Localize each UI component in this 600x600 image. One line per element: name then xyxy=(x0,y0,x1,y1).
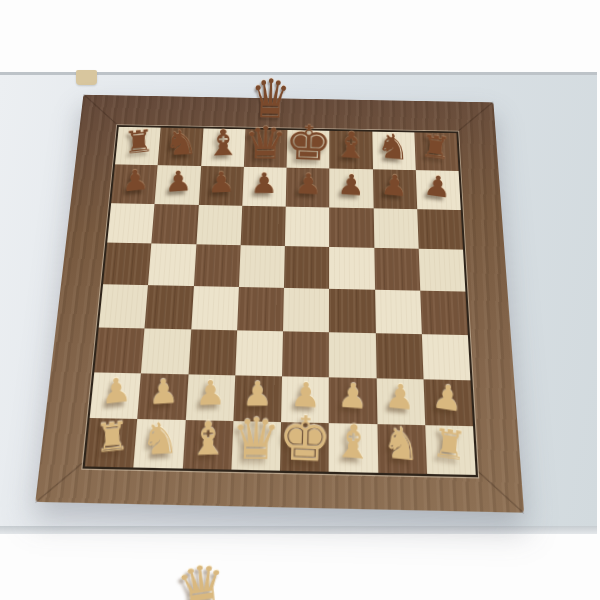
square-h8: ♜ xyxy=(414,132,458,170)
square-e4 xyxy=(283,288,329,332)
white-extra-queen: ♛ xyxy=(174,556,229,600)
photo-scene: ♛ ♜♞♝♛♚♝♞♜♟♟♟♟♟♟♟♟♟♟♟♟♟♟♟♟♜♞♝♛♚♝♞♜ ♛ xyxy=(0,0,600,600)
square-h7: ♟ xyxy=(416,170,461,210)
square-e5 xyxy=(284,246,329,289)
white-pawn-a2: ♟ xyxy=(101,373,132,410)
square-c5 xyxy=(193,245,240,287)
square-a2: ♟ xyxy=(90,372,142,419)
table-surface-front-edge xyxy=(0,526,597,534)
white-bishop-c1: ♝ xyxy=(188,416,229,463)
square-b6 xyxy=(152,204,199,245)
frame-miter-seam xyxy=(83,94,117,125)
square-c3 xyxy=(188,329,237,375)
square-c1: ♝ xyxy=(182,420,233,469)
square-a4 xyxy=(99,284,148,328)
black-pawn-a7: ♟ xyxy=(121,165,150,196)
square-e7: ♟ xyxy=(286,167,330,207)
black-bishop-c8: ♝ xyxy=(206,125,242,162)
square-a7: ♟ xyxy=(111,164,158,203)
black-rook-h8: ♜ xyxy=(419,131,452,165)
white-pawn-b2: ♟ xyxy=(148,375,179,411)
white-rook-h1: ♜ xyxy=(431,423,468,467)
square-g4 xyxy=(375,290,422,334)
black-queen-d8: ♛ xyxy=(243,121,287,165)
square-h3 xyxy=(422,334,471,380)
square-e1: ♚ xyxy=(280,422,329,471)
frame-miter-seam xyxy=(457,102,493,132)
square-c6 xyxy=(196,204,242,245)
square-e8: ♚ xyxy=(287,130,330,168)
square-a6 xyxy=(107,203,155,244)
square-d3 xyxy=(235,330,283,376)
square-f5 xyxy=(329,247,374,290)
board-grid: ♜♞♝♛♚♝♞♜♟♟♟♟♟♟♟♟♟♟♟♟♟♟♟♟♜♞♝♛♚♝♞♜ xyxy=(85,127,476,475)
chess-board: ♛ ♜♞♝♛♚♝♞♜♟♟♟♟♟♟♟♟♟♟♟♟♟♟♟♟♜♞♝♛♚♝♞♜ ♛ xyxy=(35,95,524,513)
white-pawn-g2: ♟ xyxy=(384,379,416,416)
white-pawn-f2: ♟ xyxy=(337,378,369,414)
stray-wood-object xyxy=(76,70,97,85)
square-e6 xyxy=(285,206,330,247)
square-f6 xyxy=(329,207,374,248)
square-f3 xyxy=(329,332,376,378)
square-h2: ♟ xyxy=(423,379,473,427)
square-b8: ♞ xyxy=(158,128,203,166)
square-d5 xyxy=(239,245,285,287)
black-king-e8: ♚ xyxy=(284,119,333,168)
playing-area: ♜♞♝♛♚♝♞♜♟♟♟♟♟♟♟♟♟♟♟♟♟♟♟♟♜♞♝♛♚♝♞♜ xyxy=(82,125,478,477)
square-g8: ♞ xyxy=(372,132,416,170)
square-b3 xyxy=(141,328,191,374)
square-e3 xyxy=(282,331,329,377)
white-knight-b1: ♞ xyxy=(141,415,180,461)
black-knight-g8: ♞ xyxy=(375,128,411,165)
square-h4 xyxy=(420,291,468,335)
square-f8: ♝ xyxy=(330,131,373,169)
white-pawn-c2: ♟ xyxy=(195,376,225,411)
white-bishop-f1: ♝ xyxy=(332,418,374,467)
black-pawn-f7: ♟ xyxy=(337,170,366,200)
frame-miter-seam xyxy=(477,470,524,513)
square-h6 xyxy=(417,209,463,250)
square-g7: ♟ xyxy=(372,169,416,209)
white-queen-d1: ♛ xyxy=(231,411,282,468)
square-d4 xyxy=(237,287,284,331)
square-c7: ♟ xyxy=(198,166,243,206)
black-knight-b8: ♞ xyxy=(164,125,199,161)
square-h5 xyxy=(418,249,465,292)
square-f4 xyxy=(329,289,375,333)
square-h1: ♜ xyxy=(425,425,476,475)
black-rook-a8: ♜ xyxy=(123,126,155,159)
square-f1: ♝ xyxy=(329,423,378,472)
square-b7: ♟ xyxy=(155,165,201,205)
white-knight-g1: ♞ xyxy=(381,420,422,468)
square-b1: ♞ xyxy=(134,419,186,468)
square-a1: ♜ xyxy=(85,418,138,467)
square-d8: ♛ xyxy=(244,129,288,167)
square-d1: ♛ xyxy=(231,421,281,470)
black-bishop-f8: ♝ xyxy=(332,127,369,165)
square-a3 xyxy=(94,327,144,373)
black-pawn-c7: ♟ xyxy=(208,168,236,197)
frame-miter-seam xyxy=(35,462,84,503)
black-pawn-h7: ♟ xyxy=(423,170,453,202)
square-g3 xyxy=(375,333,423,379)
square-f7: ♟ xyxy=(329,168,373,208)
black-pawn-g7: ♟ xyxy=(380,170,409,201)
square-g1: ♞ xyxy=(377,424,427,474)
square-g6 xyxy=(373,208,418,249)
square-b5 xyxy=(148,244,196,286)
white-pawn-h2: ♟ xyxy=(431,379,464,417)
square-d7: ♟ xyxy=(242,167,287,207)
square-d6 xyxy=(240,205,285,246)
square-c8: ♝ xyxy=(201,128,245,166)
black-pawn-d7: ♟ xyxy=(251,169,279,197)
black-pawn-e7: ♟ xyxy=(294,169,322,198)
square-b4 xyxy=(145,285,194,329)
square-a8: ♜ xyxy=(115,127,161,165)
white-king-e1: ♚ xyxy=(277,408,332,472)
square-c4 xyxy=(191,286,239,330)
black-pawn-b7: ♟ xyxy=(164,166,192,196)
square-a5 xyxy=(103,243,152,285)
white-rook-a1: ♜ xyxy=(94,417,130,460)
square-g5 xyxy=(374,248,420,291)
